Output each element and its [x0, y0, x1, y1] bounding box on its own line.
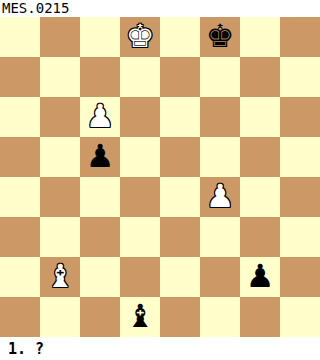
square-h8[interactable]: [280, 17, 320, 57]
square-e4[interactable]: [160, 177, 200, 217]
square-f6[interactable]: [200, 97, 240, 137]
square-f3[interactable]: [200, 217, 240, 257]
square-a2[interactable]: [0, 257, 40, 297]
white-bishop: ♝: [46, 260, 75, 292]
square-g5[interactable]: [240, 137, 280, 177]
black-bishop: ♝: [126, 300, 155, 332]
square-e5[interactable]: [160, 137, 200, 177]
square-d4[interactable]: [120, 177, 160, 217]
square-d8[interactable]: ♚: [120, 17, 160, 57]
square-g7[interactable]: [240, 57, 280, 97]
square-b2[interactable]: ♝: [40, 257, 80, 297]
square-c5[interactable]: ♟: [80, 137, 120, 177]
square-d5[interactable]: [120, 137, 160, 177]
square-h7[interactable]: [280, 57, 320, 97]
square-g4[interactable]: [240, 177, 280, 217]
square-h2[interactable]: [280, 257, 320, 297]
square-g1[interactable]: [240, 297, 280, 337]
square-d3[interactable]: [120, 217, 160, 257]
square-h3[interactable]: [280, 217, 320, 257]
square-b1[interactable]: [40, 297, 80, 337]
square-e6[interactable]: [160, 97, 200, 137]
white-king: ♚: [126, 20, 155, 52]
square-g3[interactable]: [240, 217, 280, 257]
square-f8[interactable]: ♚: [200, 17, 240, 57]
square-a1[interactable]: [0, 297, 40, 337]
square-e7[interactable]: [160, 57, 200, 97]
square-d2[interactable]: [120, 257, 160, 297]
square-e1[interactable]: [160, 297, 200, 337]
white-pawn: ♟: [206, 180, 235, 212]
black-pawn: ♟: [86, 140, 115, 172]
square-c1[interactable]: [80, 297, 120, 337]
black-king: ♚: [206, 20, 235, 52]
chess-program-window: MES.0215 ♚♚♟♟♟♝♟♝ 1. ?: [0, 0, 320, 360]
square-h6[interactable]: [280, 97, 320, 137]
square-d1[interactable]: ♝: [120, 297, 160, 337]
square-b7[interactable]: [40, 57, 80, 97]
square-a6[interactable]: [0, 97, 40, 137]
square-f5[interactable]: [200, 137, 240, 177]
square-d7[interactable]: [120, 57, 160, 97]
square-c4[interactable]: [80, 177, 120, 217]
move-prompt: 1. ?: [0, 337, 320, 360]
square-c3[interactable]: [80, 217, 120, 257]
square-a7[interactable]: [0, 57, 40, 97]
square-e3[interactable]: [160, 217, 200, 257]
square-f2[interactable]: [200, 257, 240, 297]
square-a8[interactable]: [0, 17, 40, 57]
square-h4[interactable]: [280, 177, 320, 217]
square-a3[interactable]: [0, 217, 40, 257]
square-b5[interactable]: [40, 137, 80, 177]
square-g8[interactable]: [240, 17, 280, 57]
chess-board: ♚♚♟♟♟♝♟♝: [0, 17, 320, 337]
square-c6[interactable]: ♟: [80, 97, 120, 137]
square-a4[interactable]: [0, 177, 40, 217]
square-c8[interactable]: [80, 17, 120, 57]
square-h5[interactable]: [280, 137, 320, 177]
square-f1[interactable]: [200, 297, 240, 337]
square-b4[interactable]: [40, 177, 80, 217]
puzzle-title: MES.0215: [0, 0, 320, 17]
square-d6[interactable]: [120, 97, 160, 137]
square-f7[interactable]: [200, 57, 240, 97]
square-c2[interactable]: [80, 257, 120, 297]
black-pawn: ♟: [246, 260, 275, 292]
square-e2[interactable]: [160, 257, 200, 297]
square-a5[interactable]: [0, 137, 40, 177]
square-g2[interactable]: ♟: [240, 257, 280, 297]
square-b8[interactable]: [40, 17, 80, 57]
square-h1[interactable]: [280, 297, 320, 337]
white-pawn: ♟: [86, 100, 115, 132]
square-c7[interactable]: [80, 57, 120, 97]
square-g6[interactable]: [240, 97, 280, 137]
square-e8[interactable]: [160, 17, 200, 57]
square-f4[interactable]: ♟: [200, 177, 240, 217]
square-b6[interactable]: [40, 97, 80, 137]
square-b3[interactable]: [40, 217, 80, 257]
